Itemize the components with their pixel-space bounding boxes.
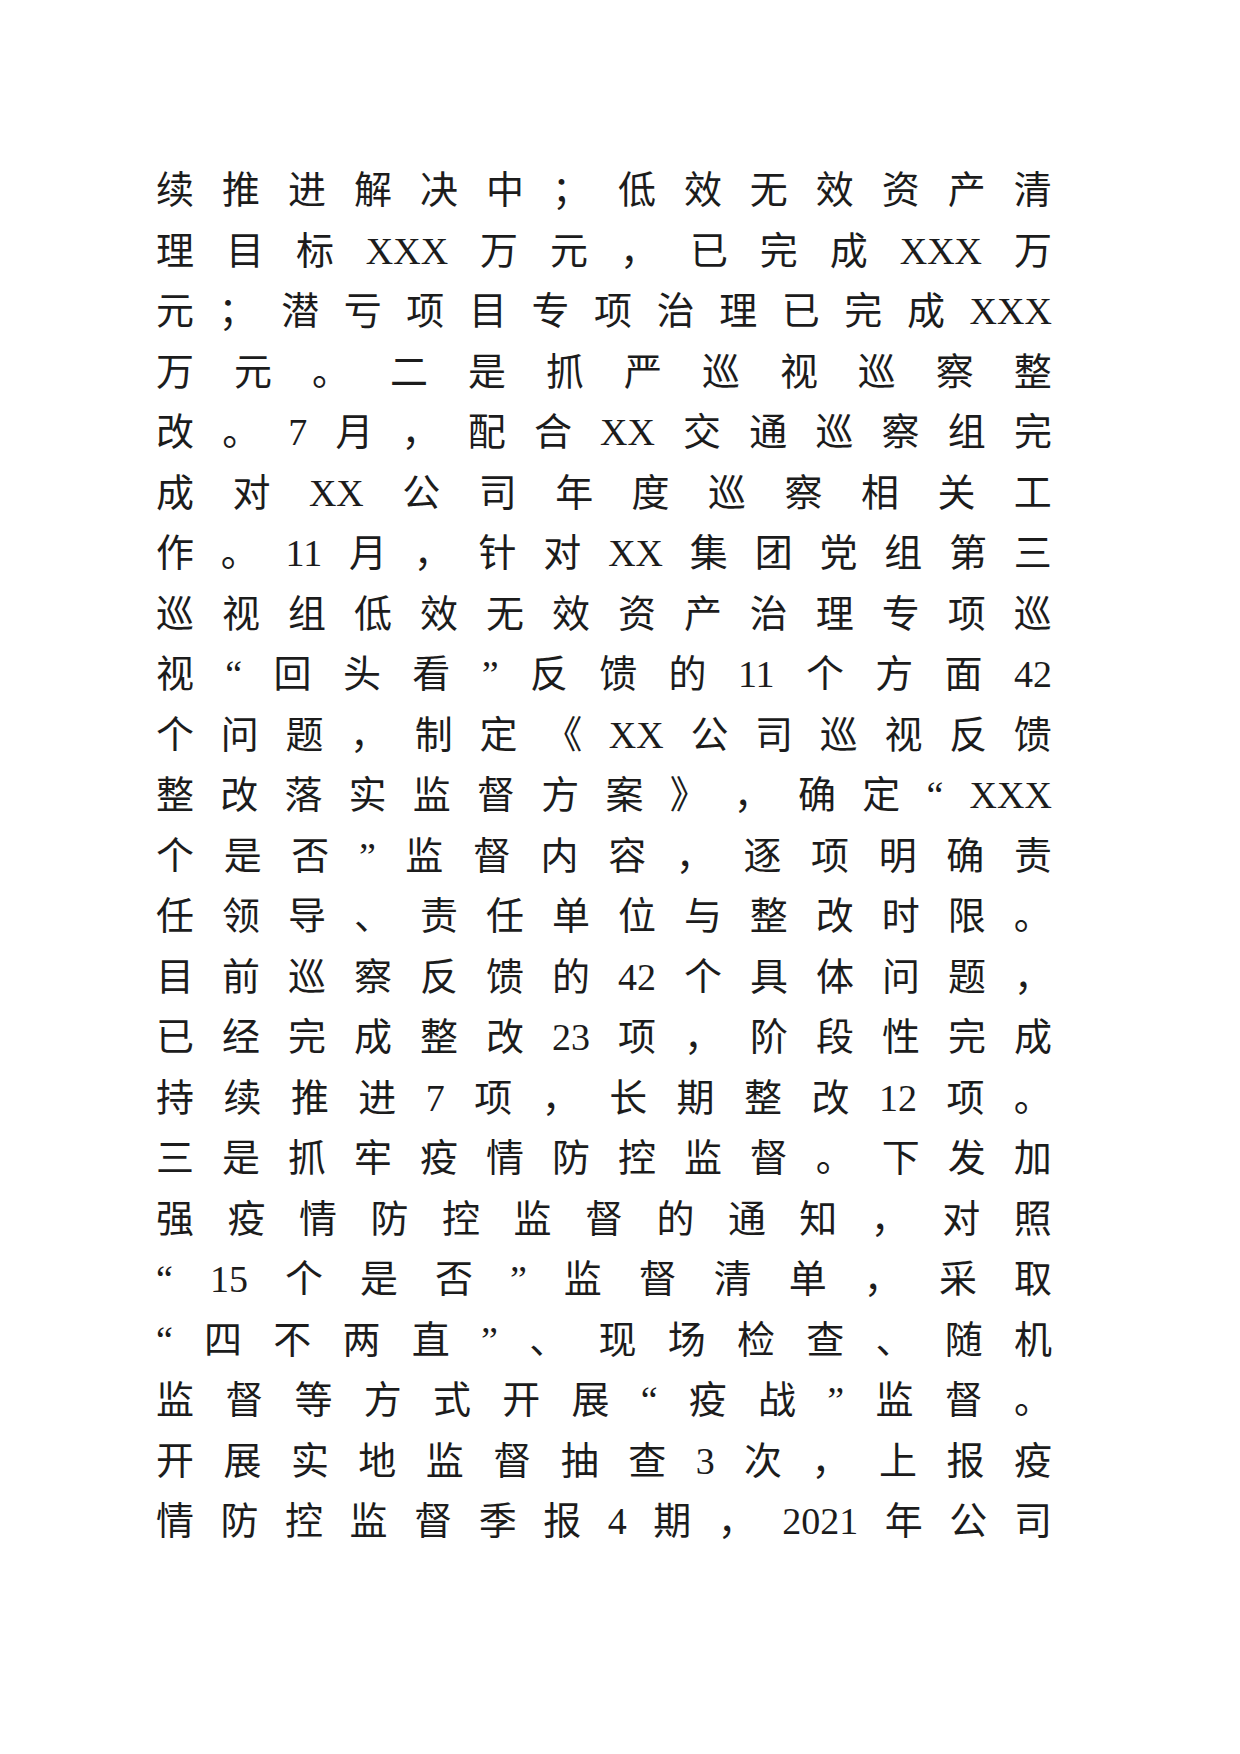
cjk-char: 定 bbox=[862, 776, 900, 814]
latin-token: XXX bbox=[366, 232, 448, 270]
cjk-char: 方 bbox=[364, 1381, 402, 1419]
cjk-char: 。 bbox=[312, 353, 350, 391]
cjk-char: 通 bbox=[728, 1200, 766, 1238]
cjk-char: 完 bbox=[1014, 413, 1052, 451]
text-line: 开展实地监督抽查3次，上报疫 bbox=[156, 1431, 1052, 1492]
cjk-char: 个 bbox=[156, 837, 194, 875]
cjk-char: 具 bbox=[750, 958, 788, 996]
cjk-char: 理 bbox=[816, 595, 854, 633]
text-line: 改。7月，配合XX交通巡察组完 bbox=[156, 402, 1052, 463]
cjk-char: 整 bbox=[1014, 353, 1052, 391]
cjk-char: 阶 bbox=[750, 1018, 788, 1056]
text-line: 个问题，制定《XX公司巡视反馈 bbox=[156, 705, 1052, 766]
latin-token: XXX bbox=[970, 292, 1052, 330]
cjk-char: 下 bbox=[882, 1139, 920, 1177]
cjk-char: 视 bbox=[884, 716, 922, 754]
cjk-char: 推 bbox=[291, 1079, 329, 1117]
cjk-char: 逐 bbox=[743, 837, 781, 875]
cjk-char: 团 bbox=[755, 534, 793, 572]
cjk-char: 集 bbox=[690, 534, 728, 572]
cjk-char: 问 bbox=[882, 958, 920, 996]
cjk-char: 项 bbox=[618, 1018, 656, 1056]
cjk-char: 反 bbox=[530, 655, 568, 693]
cjk-char: 、 bbox=[529, 1321, 567, 1359]
cjk-char: 万 bbox=[480, 232, 518, 270]
cjk-char: 实 bbox=[291, 1442, 329, 1480]
cjk-char: 已 bbox=[156, 1018, 194, 1056]
cjk-char: 落 bbox=[284, 776, 322, 814]
text-line: 万元。二是抓严巡视巡察整 bbox=[156, 342, 1052, 403]
cjk-char: 效 bbox=[816, 171, 854, 209]
cjk-char: ” bbox=[510, 1260, 527, 1298]
cjk-char: 个 bbox=[285, 1260, 323, 1298]
cjk-char: 巡 bbox=[1014, 595, 1052, 633]
cjk-char: 是 bbox=[224, 837, 262, 875]
cjk-char: 公 bbox=[690, 716, 728, 754]
latin-token: XX bbox=[309, 474, 364, 512]
cjk-char: 项 bbox=[406, 292, 444, 330]
latin-token: 7 bbox=[288, 413, 307, 451]
cjk-char: 察 bbox=[882, 413, 920, 451]
cjk-char: 针 bbox=[479, 534, 517, 572]
text-line: 已经完成整改23项，阶段性完成 bbox=[156, 1007, 1052, 1068]
cjk-char: 督 bbox=[945, 1381, 983, 1419]
cjk-char: 制 bbox=[415, 716, 453, 754]
cjk-char: 否 bbox=[435, 1260, 473, 1298]
cjk-char: 体 bbox=[816, 958, 854, 996]
cjk-char: 续 bbox=[223, 1079, 261, 1117]
cjk-char: 看 bbox=[412, 655, 450, 693]
cjk-char: 成 bbox=[830, 232, 868, 270]
cjk-char: 月 bbox=[349, 534, 387, 572]
cjk-char: ， bbox=[734, 776, 772, 814]
cjk-char: 疫 bbox=[689, 1381, 727, 1419]
cjk-char: 控 bbox=[618, 1139, 656, 1177]
cjk-char: ， bbox=[871, 1200, 909, 1238]
cjk-char: 视 bbox=[222, 595, 260, 633]
text-line: 持续推进7项，长期整改12项。 bbox=[156, 1068, 1052, 1129]
cjk-char: 季 bbox=[479, 1502, 517, 1540]
cjk-char: 否 bbox=[291, 837, 329, 875]
cjk-char: 展 bbox=[572, 1381, 610, 1419]
document-page: 续推进解决中；低效无效资产清理目标XXX万元，已完成XXX万元；潜亏项目专项治理… bbox=[0, 0, 1240, 1754]
cjk-char: 对 bbox=[543, 534, 581, 572]
cjk-char: 期 bbox=[677, 1079, 715, 1117]
cjk-char: 进 bbox=[288, 171, 326, 209]
latin-token: XX bbox=[600, 413, 655, 451]
cjk-char: 巡 bbox=[702, 353, 740, 391]
cjk-char: 巡 bbox=[288, 958, 326, 996]
cjk-char: 亏 bbox=[344, 292, 382, 330]
cjk-char: 四 bbox=[204, 1321, 242, 1359]
cjk-char: ， bbox=[350, 716, 388, 754]
cjk-char: 督 bbox=[750, 1139, 788, 1177]
cjk-char: 整 bbox=[156, 776, 194, 814]
text-line: 视“回头看”反馈的11个方面42 bbox=[156, 644, 1052, 705]
cjk-char: 整 bbox=[744, 1079, 782, 1117]
cjk-char: 成 bbox=[354, 1018, 392, 1056]
cjk-char: ， bbox=[812, 1442, 850, 1480]
cjk-char: 控 bbox=[285, 1502, 323, 1540]
cjk-char: 察 bbox=[785, 474, 823, 512]
cjk-char: 目 bbox=[469, 292, 507, 330]
cjk-char: 场 bbox=[668, 1321, 706, 1359]
cjk-char: 次 bbox=[744, 1442, 782, 1480]
cjk-char: ” bbox=[827, 1381, 844, 1419]
cjk-char: 监 bbox=[350, 1502, 388, 1540]
cjk-char: 万 bbox=[156, 353, 194, 391]
cjk-char: 万 bbox=[1014, 232, 1052, 270]
cjk-char: 机 bbox=[1014, 1321, 1052, 1359]
cjk-char: 责 bbox=[420, 897, 458, 935]
cjk-char: 直 bbox=[412, 1321, 450, 1359]
cjk-char: 巡 bbox=[820, 716, 858, 754]
cjk-char: 改 bbox=[816, 897, 854, 935]
cjk-char: 定 bbox=[479, 716, 517, 754]
cjk-char: 督 bbox=[477, 776, 515, 814]
cjk-char: 监 bbox=[875, 1381, 913, 1419]
cjk-char: 巡 bbox=[858, 353, 896, 391]
cjk-char: 公 bbox=[949, 1502, 987, 1540]
cjk-char: 相 bbox=[861, 474, 899, 512]
document-body-text: 续推进解决中；低效无效资产清理目标XXX万元，已完成XXX万元；潜亏项目专项治理… bbox=[156, 160, 1052, 1552]
cjk-char: 防 bbox=[552, 1139, 590, 1177]
cjk-char: 合 bbox=[534, 413, 572, 451]
cjk-char: 疫 bbox=[420, 1139, 458, 1177]
cjk-char: 已 bbox=[690, 232, 728, 270]
cjk-char: 效 bbox=[552, 595, 590, 633]
cjk-char: 、 bbox=[354, 897, 392, 935]
cjk-char: 式 bbox=[433, 1381, 471, 1419]
cjk-char: 位 bbox=[618, 897, 656, 935]
cjk-char: 二 bbox=[390, 353, 428, 391]
cjk-char: 单 bbox=[552, 897, 590, 935]
cjk-char: 报 bbox=[543, 1502, 581, 1540]
cjk-char: ” bbox=[482, 655, 499, 693]
cjk-char: 成 bbox=[1014, 1018, 1052, 1056]
cjk-char: 。 bbox=[221, 534, 259, 572]
cjk-char: 专 bbox=[531, 292, 569, 330]
cjk-char: 年 bbox=[555, 474, 593, 512]
cjk-char: 。 bbox=[1014, 897, 1052, 935]
cjk-char: 是 bbox=[468, 353, 506, 391]
cjk-char: 两 bbox=[343, 1321, 381, 1359]
cjk-char: 视 bbox=[780, 353, 818, 391]
cjk-char: 三 bbox=[1014, 534, 1052, 572]
cjk-char: 决 bbox=[420, 171, 458, 209]
cjk-char: 改 bbox=[156, 413, 194, 451]
text-line: “四不两直”、现场检查、随机 bbox=[156, 1310, 1052, 1371]
latin-token: 3 bbox=[696, 1442, 715, 1480]
cjk-char: 通 bbox=[749, 413, 787, 451]
latin-token: 23 bbox=[552, 1018, 590, 1056]
cjk-char: 反 bbox=[420, 958, 458, 996]
text-line: 目前巡察反馈的42个具体问题， bbox=[156, 947, 1052, 1008]
cjk-char: 头 bbox=[343, 655, 381, 693]
cjk-char: 等 bbox=[295, 1381, 333, 1419]
cjk-char: 督 bbox=[225, 1381, 263, 1419]
cjk-char: 严 bbox=[624, 353, 662, 391]
cjk-char: 作 bbox=[156, 534, 194, 572]
cjk-char: 限 bbox=[948, 897, 986, 935]
cjk-char: “ bbox=[641, 1381, 658, 1419]
cjk-char: 加 bbox=[1014, 1139, 1052, 1177]
cjk-char: 清 bbox=[714, 1260, 752, 1298]
cjk-char: 无 bbox=[750, 171, 788, 209]
cjk-char: 司 bbox=[755, 716, 793, 754]
cjk-char: 取 bbox=[1014, 1260, 1052, 1298]
cjk-char: 问 bbox=[221, 716, 259, 754]
cjk-char: 低 bbox=[618, 171, 656, 209]
cjk-char: 。 bbox=[222, 413, 260, 451]
cjk-char: 监 bbox=[684, 1139, 722, 1177]
cjk-char: 前 bbox=[222, 958, 260, 996]
cjk-char: 方 bbox=[541, 776, 579, 814]
cjk-char: 题 bbox=[948, 958, 986, 996]
cjk-char: 监 bbox=[513, 1200, 551, 1238]
cjk-char: “ bbox=[156, 1321, 173, 1359]
latin-token: 15 bbox=[210, 1260, 248, 1298]
cjk-char: ， bbox=[676, 837, 714, 875]
cjk-char: 。 bbox=[1014, 1381, 1052, 1419]
latin-token: XXX bbox=[970, 776, 1052, 814]
cjk-char: 目 bbox=[226, 232, 264, 270]
cjk-char: 效 bbox=[420, 595, 458, 633]
cjk-char: 个 bbox=[806, 655, 844, 693]
cjk-char: 照 bbox=[1014, 1200, 1052, 1238]
cjk-char: 标 bbox=[296, 232, 334, 270]
cjk-char: 巡 bbox=[815, 413, 853, 451]
cjk-char: 对 bbox=[942, 1200, 980, 1238]
cjk-char: 查 bbox=[628, 1442, 666, 1480]
cjk-char: 年 bbox=[885, 1502, 923, 1540]
latin-token: 7 bbox=[426, 1079, 445, 1117]
text-line: 理目标XXX万元，已完成XXX万 bbox=[156, 221, 1052, 282]
cjk-char: 项 bbox=[474, 1079, 512, 1117]
cjk-char: ， bbox=[402, 413, 440, 451]
cjk-char: 疫 bbox=[227, 1200, 265, 1238]
cjk-char: 实 bbox=[349, 776, 387, 814]
cjk-char: 项 bbox=[594, 292, 632, 330]
cjk-char: 监 bbox=[156, 1381, 194, 1419]
text-line: “15个是否”监督清单，采取 bbox=[156, 1249, 1052, 1310]
text-line: 个是否”监督内容，逐项明确责 bbox=[156, 826, 1052, 887]
cjk-char: 防 bbox=[370, 1200, 408, 1238]
cjk-char: 馈 bbox=[486, 958, 524, 996]
cjk-char: ， bbox=[620, 232, 658, 270]
cjk-char: 交 bbox=[683, 413, 721, 451]
cjk-char: 案 bbox=[605, 776, 643, 814]
cjk-char: 抓 bbox=[546, 353, 584, 391]
latin-token: 11 bbox=[286, 534, 323, 572]
cjk-char: ， bbox=[864, 1260, 902, 1298]
cjk-char: 馈 bbox=[599, 655, 637, 693]
cjk-char: 巡 bbox=[708, 474, 746, 512]
latin-token: 42 bbox=[618, 958, 656, 996]
cjk-char: 组 bbox=[948, 413, 986, 451]
cjk-char: 容 bbox=[608, 837, 646, 875]
latin-token: 2021 bbox=[782, 1502, 858, 1540]
latin-token: 12 bbox=[879, 1079, 917, 1117]
cjk-char: 性 bbox=[882, 1018, 920, 1056]
cjk-char: 整 bbox=[420, 1018, 458, 1056]
latin-token: XX bbox=[608, 534, 663, 572]
cjk-char: 随 bbox=[945, 1321, 983, 1359]
cjk-char: 配 bbox=[468, 413, 506, 451]
cjk-char: 的 bbox=[669, 655, 707, 693]
cjk-char: 续 bbox=[156, 171, 194, 209]
cjk-char: 督 bbox=[493, 1442, 531, 1480]
cjk-char: 效 bbox=[684, 171, 722, 209]
cjk-char: ， bbox=[414, 534, 452, 572]
cjk-char: ” bbox=[481, 1321, 498, 1359]
cjk-char: 监 bbox=[426, 1442, 464, 1480]
cjk-char: 改 bbox=[486, 1018, 524, 1056]
cjk-char: 完 bbox=[288, 1018, 326, 1056]
cjk-char: 确 bbox=[798, 776, 836, 814]
cjk-char: ， bbox=[542, 1079, 580, 1117]
cjk-char: 抓 bbox=[288, 1139, 326, 1177]
cjk-char: 治 bbox=[657, 292, 695, 330]
cjk-char: 改 bbox=[220, 776, 258, 814]
text-line: 作。11月，针对XX集团党组第三 bbox=[156, 523, 1052, 584]
cjk-char: 理 bbox=[719, 292, 757, 330]
cjk-char: 月 bbox=[335, 413, 373, 451]
cjk-char: 督 bbox=[473, 837, 511, 875]
cjk-char: 采 bbox=[939, 1260, 977, 1298]
cjk-char: 组 bbox=[884, 534, 922, 572]
cjk-char: 开 bbox=[502, 1381, 540, 1419]
text-line: 巡视组低效无效资产治理专项巡 bbox=[156, 584, 1052, 645]
cjk-char: 反 bbox=[949, 716, 987, 754]
cjk-char: 战 bbox=[758, 1381, 796, 1419]
cjk-char: 情 bbox=[486, 1139, 524, 1177]
cjk-char: 导 bbox=[288, 897, 326, 935]
cjk-char: 个 bbox=[684, 958, 722, 996]
cjk-char: 不 bbox=[273, 1321, 311, 1359]
cjk-char: 巡 bbox=[156, 595, 194, 633]
cjk-char: 督 bbox=[414, 1502, 452, 1540]
cjk-char: ， bbox=[684, 1018, 722, 1056]
cjk-char: 报 bbox=[946, 1442, 984, 1480]
cjk-char: 的 bbox=[656, 1200, 694, 1238]
cjk-char: 上 bbox=[879, 1442, 917, 1480]
cjk-char: 视 bbox=[156, 655, 194, 693]
cjk-char: 明 bbox=[879, 837, 917, 875]
cjk-char: 疫 bbox=[1014, 1442, 1052, 1480]
cjk-char: 控 bbox=[442, 1200, 480, 1238]
cjk-char: 。 bbox=[816, 1139, 854, 1177]
cjk-char: 资 bbox=[882, 171, 920, 209]
cjk-char: 察 bbox=[354, 958, 392, 996]
cjk-char: 治 bbox=[750, 595, 788, 633]
text-line: 情防控监督季报4期，2021年公司 bbox=[156, 1491, 1052, 1552]
cjk-char: 监 bbox=[405, 837, 443, 875]
cjk-char: 长 bbox=[609, 1079, 647, 1117]
cjk-char: 抽 bbox=[561, 1442, 599, 1480]
cjk-char: 对 bbox=[232, 474, 270, 512]
cjk-char: 段 bbox=[816, 1018, 854, 1056]
cjk-char: 项 bbox=[946, 1079, 984, 1117]
cjk-char: 领 bbox=[222, 897, 260, 935]
cjk-char: 完 bbox=[760, 232, 798, 270]
cjk-char: 是 bbox=[222, 1139, 260, 1177]
text-line: 三是抓牢疫情防控监督。下发加 bbox=[156, 1128, 1052, 1189]
cjk-char: 查 bbox=[806, 1321, 844, 1359]
text-line: 强疫情防控监督的通知，对照 bbox=[156, 1189, 1052, 1250]
text-line: 续推进解决中；低效无效资产清 bbox=[156, 160, 1052, 221]
cjk-char: “ bbox=[926, 776, 943, 814]
cjk-char: 面 bbox=[945, 655, 983, 693]
cjk-char: 元 bbox=[156, 292, 194, 330]
cjk-char: ， bbox=[718, 1502, 756, 1540]
cjk-char: 资 bbox=[618, 595, 656, 633]
cjk-char: 工 bbox=[1014, 474, 1052, 512]
cjk-char: 》 bbox=[670, 776, 708, 814]
text-line: 元；潜亏项目专项治理已完成XXX bbox=[156, 281, 1052, 342]
cjk-char: 督 bbox=[639, 1260, 677, 1298]
cjk-char: 元 bbox=[550, 232, 588, 270]
cjk-char: 开 bbox=[156, 1442, 194, 1480]
cjk-char: 馈 bbox=[1014, 716, 1052, 754]
cjk-char: 推 bbox=[222, 171, 260, 209]
cjk-char: 党 bbox=[819, 534, 857, 572]
latin-token: XXX bbox=[900, 232, 982, 270]
latin-token: 4 bbox=[608, 1502, 627, 1540]
text-line: 任领导、责任单位与整改时限。 bbox=[156, 886, 1052, 947]
cjk-char: 项 bbox=[811, 837, 849, 875]
cjk-char: 方 bbox=[875, 655, 913, 693]
cjk-char: 已 bbox=[782, 292, 820, 330]
cjk-char: 知 bbox=[799, 1200, 837, 1238]
cjk-char: 强 bbox=[156, 1200, 194, 1238]
cjk-char: 是 bbox=[360, 1260, 398, 1298]
cjk-char: 任 bbox=[156, 897, 194, 935]
cjk-char: 单 bbox=[789, 1260, 827, 1298]
cjk-char: 无 bbox=[486, 595, 524, 633]
cjk-char: 三 bbox=[156, 1139, 194, 1177]
cjk-char: 整 bbox=[750, 897, 788, 935]
cjk-char: 项 bbox=[948, 595, 986, 633]
cjk-char: 持 bbox=[156, 1079, 194, 1117]
cjk-char: 题 bbox=[285, 716, 323, 754]
cjk-char: ； bbox=[552, 171, 590, 209]
cjk-char: 公 bbox=[402, 474, 440, 512]
cjk-char: 的 bbox=[552, 958, 590, 996]
cjk-char: 检 bbox=[737, 1321, 775, 1359]
text-line: 监督等方式开展“疫战”监督。 bbox=[156, 1370, 1052, 1431]
latin-token: 11 bbox=[738, 655, 775, 693]
cjk-char: 监 bbox=[564, 1260, 602, 1298]
cjk-char: 防 bbox=[221, 1502, 259, 1540]
latin-token: XX bbox=[609, 716, 664, 754]
cjk-char: 任 bbox=[486, 897, 524, 935]
cjk-char: 改 bbox=[812, 1079, 850, 1117]
cjk-char: 专 bbox=[882, 595, 920, 633]
cjk-char: 第 bbox=[949, 534, 987, 572]
cjk-char: 理 bbox=[156, 232, 194, 270]
cjk-char: 地 bbox=[358, 1442, 396, 1480]
cjk-char: 确 bbox=[946, 837, 984, 875]
cjk-char: 。 bbox=[1014, 1079, 1052, 1117]
latin-token: 42 bbox=[1014, 655, 1052, 693]
cjk-char: 发 bbox=[948, 1139, 986, 1177]
cjk-char: 展 bbox=[223, 1442, 261, 1480]
cjk-char: 组 bbox=[288, 595, 326, 633]
cjk-char: 司 bbox=[479, 474, 517, 512]
text-line: 成对XX公司年度巡察相关工 bbox=[156, 463, 1052, 524]
cjk-char: 与 bbox=[684, 897, 722, 935]
